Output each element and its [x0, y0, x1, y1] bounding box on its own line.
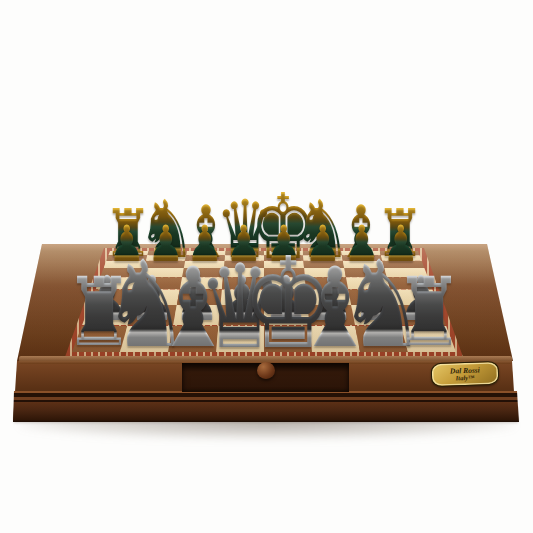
- piece-grey-rook-h1[interactable]: ♜: [394, 265, 464, 360]
- chess-set-photo: Dal Rossi Italy™ ♜♞♝♛♚♞♝♜♟♟♟♟♟♟♟♟♟♟♟♟♟♟♟…: [0, 0, 533, 533]
- plaque-brand-line2: Italy™: [456, 375, 475, 382]
- base-molding: [13, 391, 519, 422]
